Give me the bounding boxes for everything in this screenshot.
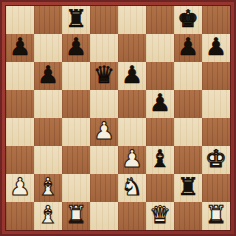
white-rook: ♜: [205, 201, 227, 229]
chess-board: ♜♚♟♟♟♟♟♛♟♟♟♟♝♚♟♝♞♜♝♜♛♜: [6, 6, 230, 230]
square-f7[interactable]: [146, 34, 174, 62]
square-f4[interactable]: [146, 118, 174, 146]
square-c5[interactable]: [62, 90, 90, 118]
square-b4[interactable]: [34, 118, 62, 146]
square-d8[interactable]: [90, 6, 118, 34]
square-a7[interactable]: ♟: [6, 34, 34, 62]
white-bishop: ♝: [37, 173, 59, 201]
square-g6[interactable]: [174, 62, 202, 90]
square-d4[interactable]: ♟: [90, 118, 118, 146]
square-g5[interactable]: [174, 90, 202, 118]
black-pawn: ♟: [9, 33, 31, 61]
square-a8[interactable]: [6, 6, 34, 34]
black-pawn: ♟: [37, 61, 59, 89]
black-queen: ♛: [93, 61, 115, 89]
square-h3[interactable]: ♚: [202, 146, 230, 174]
square-e5[interactable]: [118, 90, 146, 118]
square-a2[interactable]: ♟: [6, 174, 34, 202]
white-pawn: ♟: [121, 145, 143, 173]
square-g2[interactable]: ♜: [174, 174, 202, 202]
square-f6[interactable]: [146, 62, 174, 90]
square-h1[interactable]: ♜: [202, 202, 230, 230]
square-e2[interactable]: ♞: [118, 174, 146, 202]
black-king: ♚: [177, 5, 199, 33]
square-h4[interactable]: [202, 118, 230, 146]
black-pawn: ♟: [205, 33, 227, 61]
white-king: ♚: [205, 145, 227, 173]
square-c8[interactable]: ♜: [62, 6, 90, 34]
board-frame: ♜♚♟♟♟♟♟♛♟♟♟♟♝♚♟♝♞♜♝♜♛♜: [0, 0, 236, 236]
black-pawn: ♟: [65, 33, 87, 61]
square-e3[interactable]: ♟: [118, 146, 146, 174]
square-h2[interactable]: [202, 174, 230, 202]
square-b2[interactable]: ♝: [34, 174, 62, 202]
square-a5[interactable]: [6, 90, 34, 118]
white-rook: ♜: [65, 201, 87, 229]
square-a1[interactable]: [6, 202, 34, 230]
square-g3[interactable]: [174, 146, 202, 174]
square-c7[interactable]: ♟: [62, 34, 90, 62]
white-bishop: ♝: [37, 201, 59, 229]
square-f8[interactable]: [146, 6, 174, 34]
square-e1[interactable]: [118, 202, 146, 230]
black-pawn: ♟: [177, 33, 199, 61]
square-b8[interactable]: [34, 6, 62, 34]
square-g4[interactable]: [174, 118, 202, 146]
black-pawn: ♟: [121, 61, 143, 89]
square-e7[interactable]: [118, 34, 146, 62]
square-c4[interactable]: [62, 118, 90, 146]
square-a6[interactable]: [6, 62, 34, 90]
square-f3[interactable]: ♝: [146, 146, 174, 174]
square-h7[interactable]: ♟: [202, 34, 230, 62]
square-c6[interactable]: [62, 62, 90, 90]
square-d7[interactable]: [90, 34, 118, 62]
black-rook: ♜: [177, 173, 199, 201]
square-g8[interactable]: ♚: [174, 6, 202, 34]
square-h6[interactable]: [202, 62, 230, 90]
square-b6[interactable]: ♟: [34, 62, 62, 90]
square-c1[interactable]: ♜: [62, 202, 90, 230]
black-bishop: ♝: [149, 145, 171, 173]
white-pawn: ♟: [93, 117, 115, 145]
square-b3[interactable]: [34, 146, 62, 174]
square-c2[interactable]: [62, 174, 90, 202]
white-knight: ♞: [121, 173, 143, 201]
square-d2[interactable]: [90, 174, 118, 202]
white-queen: ♛: [149, 201, 171, 229]
black-pawn: ♟: [149, 89, 171, 117]
square-f2[interactable]: [146, 174, 174, 202]
square-e6[interactable]: ♟: [118, 62, 146, 90]
square-d3[interactable]: [90, 146, 118, 174]
square-g1[interactable]: [174, 202, 202, 230]
white-pawn: ♟: [9, 173, 31, 201]
square-d5[interactable]: [90, 90, 118, 118]
square-b7[interactable]: [34, 34, 62, 62]
square-c3[interactable]: [62, 146, 90, 174]
square-f5[interactable]: ♟: [146, 90, 174, 118]
square-a4[interactable]: [6, 118, 34, 146]
square-h5[interactable]: [202, 90, 230, 118]
square-b5[interactable]: [34, 90, 62, 118]
square-b1[interactable]: ♝: [34, 202, 62, 230]
square-h8[interactable]: [202, 6, 230, 34]
square-e8[interactable]: [118, 6, 146, 34]
black-rook: ♜: [65, 5, 87, 33]
square-f1[interactable]: ♛: [146, 202, 174, 230]
square-g7[interactable]: ♟: [174, 34, 202, 62]
square-a3[interactable]: [6, 146, 34, 174]
square-d6[interactable]: ♛: [90, 62, 118, 90]
square-d1[interactable]: [90, 202, 118, 230]
square-e4[interactable]: [118, 118, 146, 146]
